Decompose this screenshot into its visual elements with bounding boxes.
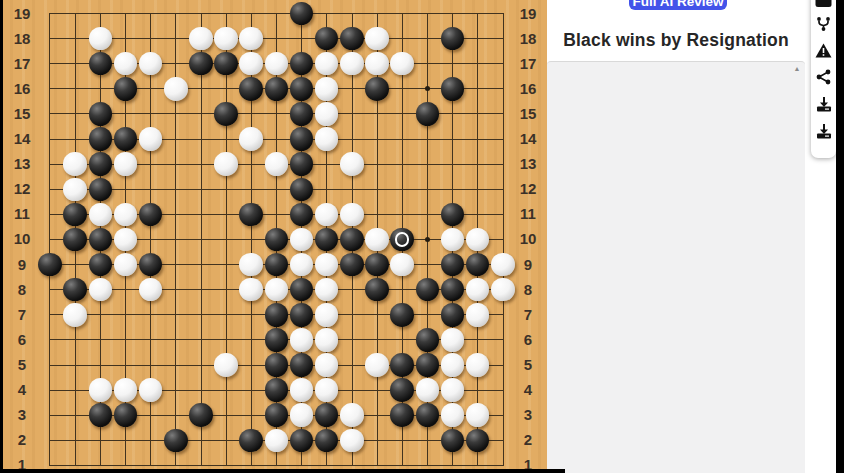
board-cell[interactable] <box>440 327 465 352</box>
board-cell[interactable] <box>239 227 264 252</box>
board-cell[interactable] <box>490 378 515 403</box>
board-cell[interactable] <box>339 101 364 126</box>
board-cell[interactable] <box>289 378 314 403</box>
board-cell[interactable] <box>440 252 465 277</box>
board-cell[interactable] <box>188 202 213 227</box>
board-cell[interactable] <box>264 227 289 252</box>
board-cell[interactable] <box>490 352 515 377</box>
scrollbar[interactable]: ▲ <box>791 64 803 94</box>
board-cell[interactable] <box>339 352 364 377</box>
board-cell[interactable] <box>314 428 339 453</box>
board-cell[interactable] <box>490 252 515 277</box>
board-cell[interactable] <box>490 101 515 126</box>
board-cell[interactable] <box>390 302 415 327</box>
board-cell[interactable] <box>188 378 213 403</box>
board-cell[interactable] <box>440 277 465 302</box>
board-cell[interactable] <box>415 428 440 453</box>
board-cell[interactable] <box>364 202 389 227</box>
board-cell[interactable] <box>465 1 490 26</box>
board-cell[interactable] <box>37 101 62 126</box>
board-cell[interactable] <box>289 76 314 101</box>
board-cell[interactable] <box>415 177 440 202</box>
board-cell[interactable] <box>163 51 188 76</box>
board-cell[interactable] <box>138 126 163 151</box>
board-cell[interactable] <box>390 252 415 277</box>
board-cell[interactable] <box>440 26 465 51</box>
board-cell[interactable] <box>163 152 188 177</box>
board-cell[interactable] <box>339 126 364 151</box>
board-cell[interactable] <box>415 26 440 51</box>
board-cell[interactable] <box>264 1 289 26</box>
board-cell[interactable] <box>364 177 389 202</box>
board-cell[interactable] <box>113 26 138 51</box>
board-cell[interactable] <box>37 403 62 428</box>
board-cell[interactable] <box>364 227 389 252</box>
board-cell[interactable] <box>88 76 113 101</box>
board-cell[interactable] <box>37 277 62 302</box>
board-cell[interactable] <box>289 428 314 453</box>
board-cell[interactable] <box>163 177 188 202</box>
board-cell[interactable] <box>239 277 264 302</box>
board-cell[interactable] <box>138 378 163 403</box>
board-cell[interactable] <box>214 202 239 227</box>
board-cell[interactable] <box>88 152 113 177</box>
board-cell[interactable] <box>37 126 62 151</box>
board-cell[interactable] <box>440 152 465 177</box>
board-cell[interactable] <box>163 403 188 428</box>
board-cell[interactable] <box>138 252 163 277</box>
board-cell[interactable] <box>390 26 415 51</box>
board-cell[interactable] <box>113 152 138 177</box>
board-cell[interactable] <box>188 126 213 151</box>
board-cell[interactable] <box>113 277 138 302</box>
board-cell[interactable] <box>113 227 138 252</box>
board-cell[interactable] <box>214 152 239 177</box>
board-cell[interactable] <box>289 252 314 277</box>
board-cell[interactable] <box>163 277 188 302</box>
board-cell[interactable] <box>465 327 490 352</box>
board-cell[interactable] <box>88 327 113 352</box>
board-cell[interactable] <box>188 252 213 277</box>
download-icon[interactable] <box>811 94 836 114</box>
board-cell[interactable] <box>339 51 364 76</box>
board-cell[interactable] <box>390 76 415 101</box>
board-cell[interactable] <box>415 51 440 76</box>
board-cell[interactable] <box>88 101 113 126</box>
board-cell[interactable] <box>63 51 88 76</box>
board-cell[interactable] <box>163 428 188 453</box>
board-cell[interactable] <box>113 76 138 101</box>
board-cell[interactable] <box>138 76 163 101</box>
board-cell[interactable] <box>37 378 62 403</box>
board-cell[interactable] <box>289 403 314 428</box>
board-cell[interactable] <box>490 152 515 177</box>
board-cell[interactable] <box>289 177 314 202</box>
board-cell[interactable] <box>364 152 389 177</box>
board-cell[interactable] <box>314 403 339 428</box>
board-cell[interactable] <box>188 51 213 76</box>
board-cell[interactable] <box>440 227 465 252</box>
board-cell[interactable] <box>37 26 62 51</box>
board-cell[interactable] <box>239 1 264 26</box>
board-cell[interactable] <box>490 227 515 252</box>
board-cell[interactable] <box>465 302 490 327</box>
board-cell[interactable] <box>465 202 490 227</box>
board-cell[interactable] <box>440 1 465 26</box>
board-cell[interactable] <box>214 403 239 428</box>
board-cell[interactable] <box>440 101 465 126</box>
board-cell[interactable] <box>88 352 113 377</box>
download-icon-2[interactable] <box>811 121 836 141</box>
board-cell[interactable] <box>490 277 515 302</box>
board-cell[interactable] <box>364 378 389 403</box>
board-cell[interactable] <box>264 101 289 126</box>
board-cell[interactable] <box>63 378 88 403</box>
full-ai-review-button[interactable]: Full AI Review <box>629 0 727 10</box>
board-cell[interactable] <box>415 227 440 252</box>
board-cell[interactable] <box>490 1 515 26</box>
board-cell[interactable] <box>490 177 515 202</box>
board-cell[interactable] <box>314 126 339 151</box>
board-cell[interactable] <box>37 428 62 453</box>
board-cell[interactable] <box>188 1 213 26</box>
board-cell[interactable] <box>465 51 490 76</box>
board-cell[interactable] <box>214 428 239 453</box>
board-cell[interactable] <box>314 227 339 252</box>
board-cell[interactable] <box>440 76 465 101</box>
board-cell[interactable] <box>490 428 515 453</box>
board-cell[interactable] <box>390 227 415 252</box>
board-cell[interactable] <box>138 51 163 76</box>
board-cell[interactable] <box>113 352 138 377</box>
board-cell[interactable] <box>63 1 88 26</box>
board-cell[interactable] <box>465 26 490 51</box>
board-cell[interactable] <box>239 327 264 352</box>
board-cell[interactable] <box>63 327 88 352</box>
board-cell[interactable] <box>138 101 163 126</box>
board-cell[interactable] <box>289 1 314 26</box>
board-cell[interactable] <box>63 202 88 227</box>
board-cell[interactable] <box>339 428 364 453</box>
board-cell[interactable] <box>339 1 364 26</box>
board-cell[interactable] <box>239 101 264 126</box>
board-cell[interactable] <box>214 327 239 352</box>
move-comments-scroll-area[interactable]: ▲ <box>547 61 805 473</box>
board-cell[interactable] <box>264 352 289 377</box>
board-cell[interactable] <box>440 428 465 453</box>
warning-icon[interactable] <box>811 40 836 60</box>
board-cell[interactable] <box>63 277 88 302</box>
board-cell[interactable] <box>289 152 314 177</box>
board-cell[interactable] <box>339 177 364 202</box>
board-cell[interactable] <box>138 302 163 327</box>
board-cell[interactable] <box>63 26 88 51</box>
board-cell[interactable] <box>490 76 515 101</box>
board-cell[interactable] <box>465 177 490 202</box>
board-cell[interactable] <box>364 252 389 277</box>
board-cell[interactable] <box>390 126 415 151</box>
board-cell[interactable] <box>188 277 213 302</box>
board-cell[interactable] <box>490 327 515 352</box>
board-cell[interactable] <box>339 403 364 428</box>
board-cell[interactable] <box>63 152 88 177</box>
board-cell[interactable] <box>88 51 113 76</box>
board-cell[interactable] <box>465 126 490 151</box>
board-cell[interactable] <box>390 277 415 302</box>
board-cell[interactable] <box>239 202 264 227</box>
board-cell[interactable] <box>264 202 289 227</box>
board-cell[interactable] <box>314 378 339 403</box>
board-cell[interactable] <box>264 152 289 177</box>
board-cell[interactable] <box>214 177 239 202</box>
board-cell[interactable] <box>490 302 515 327</box>
board-cell[interactable] <box>113 51 138 76</box>
board-cell[interactable] <box>239 177 264 202</box>
board-cell[interactable] <box>214 252 239 277</box>
board-cell[interactable] <box>390 428 415 453</box>
board-cell[interactable] <box>314 352 339 377</box>
board-cell[interactable] <box>163 352 188 377</box>
board-cell[interactable] <box>314 76 339 101</box>
board-cell[interactable] <box>188 152 213 177</box>
board-cell[interactable] <box>239 302 264 327</box>
board-cell[interactable] <box>339 227 364 252</box>
board-cell[interactable] <box>113 252 138 277</box>
board-cell[interactable] <box>264 403 289 428</box>
board-cell[interactable] <box>440 51 465 76</box>
board-cell[interactable] <box>37 51 62 76</box>
board-cell[interactable] <box>440 126 465 151</box>
board-cell[interactable] <box>440 202 465 227</box>
board-cell[interactable] <box>314 252 339 277</box>
board-cell[interactable] <box>465 428 490 453</box>
board-cell[interactable] <box>465 403 490 428</box>
board-cell[interactable] <box>314 202 339 227</box>
board-cell[interactable] <box>440 352 465 377</box>
board-cell[interactable] <box>37 202 62 227</box>
board-cell[interactable] <box>63 252 88 277</box>
board-cell[interactable] <box>289 327 314 352</box>
board-cell[interactable] <box>314 327 339 352</box>
board-cell[interactable] <box>415 403 440 428</box>
board-cell[interactable] <box>390 51 415 76</box>
board-cell[interactable] <box>163 26 188 51</box>
board-cell[interactable] <box>88 26 113 51</box>
board-cell[interactable] <box>390 378 415 403</box>
board-cell[interactable] <box>188 227 213 252</box>
board-cell[interactable] <box>188 352 213 377</box>
board-cell[interactable] <box>88 126 113 151</box>
board-cell[interactable] <box>289 126 314 151</box>
board-cell[interactable] <box>239 126 264 151</box>
board-cell[interactable] <box>415 101 440 126</box>
board-cell[interactable] <box>314 302 339 327</box>
fork-icon[interactable] <box>811 14 836 34</box>
board-cell[interactable] <box>440 403 465 428</box>
board-cell[interactable] <box>364 403 389 428</box>
board-cell[interactable] <box>113 403 138 428</box>
board-cell[interactable] <box>390 101 415 126</box>
board-cell[interactable] <box>415 202 440 227</box>
board-cell[interactable] <box>63 302 88 327</box>
board-cell[interactable] <box>364 51 389 76</box>
board-cell[interactable] <box>88 378 113 403</box>
board-cell[interactable] <box>113 177 138 202</box>
board-cell[interactable] <box>214 352 239 377</box>
board-cell[interactable] <box>339 152 364 177</box>
board-cell[interactable] <box>465 76 490 101</box>
board-cell[interactable] <box>364 327 389 352</box>
board-cell[interactable] <box>63 101 88 126</box>
board-cell[interactable] <box>264 252 289 277</box>
board-cell[interactable] <box>490 403 515 428</box>
board-cell[interactable] <box>339 302 364 327</box>
board-cell[interactable] <box>364 76 389 101</box>
board-cell[interactable] <box>390 327 415 352</box>
board-cell[interactable] <box>390 177 415 202</box>
board-cell[interactable] <box>289 101 314 126</box>
board-cell[interactable] <box>415 76 440 101</box>
board-cell[interactable] <box>289 352 314 377</box>
board-cell[interactable] <box>415 352 440 377</box>
board-cell[interactable] <box>440 378 465 403</box>
board-cell[interactable] <box>113 302 138 327</box>
board-cell[interactable] <box>415 1 440 26</box>
board-cell[interactable] <box>113 327 138 352</box>
board-cell[interactable] <box>415 252 440 277</box>
board-cell[interactable] <box>339 202 364 227</box>
board-cell[interactable] <box>390 202 415 227</box>
board-cell[interactable] <box>289 302 314 327</box>
board-cell[interactable] <box>163 101 188 126</box>
board-cell[interactable] <box>113 126 138 151</box>
board-cell[interactable] <box>214 227 239 252</box>
board-cell[interactable] <box>415 126 440 151</box>
board-cell[interactable] <box>214 126 239 151</box>
board-cell[interactable] <box>214 51 239 76</box>
board-cell[interactable] <box>88 177 113 202</box>
board-cell[interactable] <box>314 177 339 202</box>
board-cell[interactable] <box>490 26 515 51</box>
board-cell[interactable] <box>37 177 62 202</box>
board-cell[interactable] <box>188 101 213 126</box>
board-cell[interactable] <box>163 252 188 277</box>
board-cell[interactable] <box>465 152 490 177</box>
board-cell[interactable] <box>37 1 62 26</box>
board-cell[interactable] <box>113 101 138 126</box>
board-cell[interactable] <box>264 177 289 202</box>
board-cell[interactable] <box>289 26 314 51</box>
board-cell[interactable] <box>465 252 490 277</box>
board-cell[interactable] <box>188 76 213 101</box>
board-cell[interactable] <box>138 277 163 302</box>
board-cell[interactable] <box>214 1 239 26</box>
board-cell[interactable] <box>465 227 490 252</box>
board-cell[interactable] <box>239 428 264 453</box>
board-cell[interactable] <box>264 26 289 51</box>
board-cell[interactable] <box>390 152 415 177</box>
board-cell[interactable] <box>138 327 163 352</box>
board-cell[interactable] <box>264 126 289 151</box>
board-cell[interactable] <box>163 378 188 403</box>
board-cell[interactable] <box>188 327 213 352</box>
board-cell[interactable] <box>138 428 163 453</box>
board-cell[interactable] <box>214 277 239 302</box>
board-cell[interactable] <box>239 152 264 177</box>
board-cell[interactable] <box>63 227 88 252</box>
board-cell[interactable] <box>465 101 490 126</box>
board-cell[interactable] <box>113 378 138 403</box>
board-cell[interactable] <box>163 76 188 101</box>
board-cell[interactable] <box>339 252 364 277</box>
board-cell[interactable] <box>465 352 490 377</box>
board-cell[interactable] <box>239 76 264 101</box>
board-cell[interactable] <box>239 352 264 377</box>
board-cell[interactable] <box>214 26 239 51</box>
board-cell[interactable] <box>113 202 138 227</box>
board-cell[interactable] <box>264 76 289 101</box>
board-cell[interactable] <box>339 277 364 302</box>
board-cell[interactable] <box>214 76 239 101</box>
board-cell[interactable] <box>289 277 314 302</box>
board-cell[interactable] <box>88 252 113 277</box>
board-cell[interactable] <box>264 302 289 327</box>
board-cell[interactable] <box>264 378 289 403</box>
board-cell[interactable] <box>239 51 264 76</box>
board-cell[interactable] <box>364 428 389 453</box>
board-cell[interactable] <box>314 26 339 51</box>
board-cell[interactable] <box>37 76 62 101</box>
board-cell[interactable] <box>188 177 213 202</box>
board-cell[interactable] <box>37 327 62 352</box>
board-cell[interactable] <box>339 76 364 101</box>
board-cell[interactable] <box>264 428 289 453</box>
board-cell[interactable] <box>390 352 415 377</box>
board-cell[interactable] <box>264 277 289 302</box>
board-cell[interactable] <box>163 227 188 252</box>
board-cell[interactable] <box>364 352 389 377</box>
board-cell[interactable] <box>88 1 113 26</box>
board-cell[interactable] <box>88 428 113 453</box>
board-cell[interactable] <box>63 126 88 151</box>
board-cell[interactable] <box>440 177 465 202</box>
board-cell[interactable] <box>415 152 440 177</box>
board-cell[interactable] <box>138 352 163 377</box>
board-cell[interactable] <box>289 227 314 252</box>
share-icon[interactable] <box>811 67 836 87</box>
goban[interactable]: 19181716151413121110987654321 1918171615… <box>0 0 547 473</box>
board-cell[interactable] <box>138 1 163 26</box>
board-cell[interactable] <box>138 227 163 252</box>
board-cell[interactable] <box>188 403 213 428</box>
board-cell[interactable] <box>88 202 113 227</box>
board-cell[interactable] <box>339 327 364 352</box>
board-cell[interactable] <box>364 1 389 26</box>
board-cell[interactable] <box>88 277 113 302</box>
board-cell[interactable] <box>214 378 239 403</box>
board-cell[interactable] <box>88 302 113 327</box>
board-cell[interactable] <box>88 403 113 428</box>
board-cell[interactable] <box>138 152 163 177</box>
board-cell[interactable] <box>188 26 213 51</box>
board-cell[interactable] <box>37 352 62 377</box>
board-cell[interactable] <box>390 1 415 26</box>
board-cell[interactable] <box>188 428 213 453</box>
board-cell[interactable] <box>364 101 389 126</box>
board-cell[interactable] <box>63 76 88 101</box>
board-cell[interactable] <box>415 378 440 403</box>
board-cell[interactable] <box>364 126 389 151</box>
